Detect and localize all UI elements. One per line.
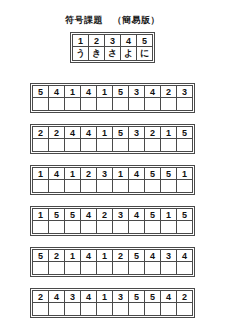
- answer-cell[interactable]: [145, 262, 161, 275]
- digit-cell: 4: [161, 291, 177, 303]
- digit-cell: 1: [161, 127, 177, 139]
- answer-cell[interactable]: [81, 303, 97, 316]
- answer-cell[interactable]: [49, 221, 65, 234]
- key-digit-cell: 1: [73, 35, 89, 47]
- answer-cell[interactable]: [65, 221, 81, 234]
- key-digit-cell: 2: [89, 35, 105, 47]
- digit-cell: 1: [33, 168, 49, 180]
- answer-cell[interactable]: [113, 262, 129, 275]
- digit-cell: 1: [65, 168, 81, 180]
- answer-cell[interactable]: [33, 139, 49, 152]
- digit-cell: 5: [113, 127, 129, 139]
- answer-cell[interactable]: [145, 303, 161, 316]
- digit-cell: 2: [81, 168, 97, 180]
- digit-cell: 2: [49, 127, 65, 139]
- answer-cell[interactable]: [49, 98, 65, 111]
- digit-cell: 5: [129, 291, 145, 303]
- task-table-frame-3: 1412314551: [30, 165, 195, 195]
- digit-cell: 1: [97, 250, 113, 262]
- answer-cell[interactable]: [129, 262, 145, 275]
- task-table-5: 5214125434: [32, 249, 193, 275]
- key-symbol-cell: き: [89, 47, 105, 61]
- answer-cell[interactable]: [65, 180, 81, 193]
- key-symbol-cell: よ: [121, 47, 137, 61]
- answer-cell[interactable]: [49, 262, 65, 275]
- digit-cell: 1: [65, 250, 81, 262]
- answer-cell[interactable]: [33, 221, 49, 234]
- digit-cell: 3: [113, 291, 129, 303]
- answer-cell[interactable]: [129, 221, 145, 234]
- answer-cell[interactable]: [113, 98, 129, 111]
- digit-cell: 2: [97, 209, 113, 221]
- digit-cell: 1: [113, 168, 129, 180]
- digit-cell: 2: [49, 250, 65, 262]
- digit-cell: 4: [145, 86, 161, 98]
- task-tables-container: 5414153423224415321514123145511554234515…: [0, 83, 225, 318]
- digit-cell: 1: [177, 168, 193, 180]
- digit-cell: 2: [33, 127, 49, 139]
- answer-cell[interactable]: [145, 221, 161, 234]
- digit-cell: 5: [49, 209, 65, 221]
- key-digit-cell: 3: [105, 35, 121, 47]
- digit-cell: 1: [161, 209, 177, 221]
- digit-cell: 3: [161, 250, 177, 262]
- answer-cell[interactable]: [113, 303, 129, 316]
- task-table-frame-1: 5414153423: [30, 83, 195, 113]
- answer-cell[interactable]: [177, 303, 193, 316]
- key-digit-cell: 4: [121, 35, 137, 47]
- digit-cell: 4: [65, 127, 81, 139]
- digit-cell: 4: [81, 209, 97, 221]
- digit-cell: 5: [65, 209, 81, 221]
- answer-cell[interactable]: [177, 98, 193, 111]
- digit-cell: 5: [177, 209, 193, 221]
- answer-cell[interactable]: [33, 303, 49, 316]
- answer-cell[interactable]: [33, 98, 49, 111]
- answer-cell[interactable]: [177, 221, 193, 234]
- digit-cell: 1: [33, 209, 49, 221]
- answer-cell[interactable]: [129, 139, 145, 152]
- page-title: 符号課題 （簡易版）: [0, 14, 225, 27]
- answer-cell[interactable]: [97, 262, 113, 275]
- key-digit-cell: 5: [137, 35, 153, 47]
- answer-cell[interactable]: [81, 180, 97, 193]
- task-table-1: 5414153423: [32, 85, 193, 111]
- digit-cell: 1: [97, 127, 113, 139]
- digit-cell: 5: [113, 86, 129, 98]
- answer-cell[interactable]: [161, 139, 177, 152]
- digit-cell: 5: [33, 250, 49, 262]
- digit-cell: 3: [97, 168, 113, 180]
- answer-cell[interactable]: [33, 262, 49, 275]
- answer-cell[interactable]: [97, 98, 113, 111]
- digit-cell: 4: [129, 209, 145, 221]
- answer-cell[interactable]: [65, 98, 81, 111]
- answer-cell[interactable]: [161, 221, 177, 234]
- digit-cell: 2: [113, 250, 129, 262]
- answer-cell[interactable]: [97, 180, 113, 193]
- digit-cell: 3: [129, 127, 145, 139]
- digit-cell: 4: [81, 250, 97, 262]
- task-table-frame-4: 1554234515: [30, 206, 195, 236]
- digit-cell: 2: [33, 291, 49, 303]
- digit-cell: 5: [145, 291, 161, 303]
- digit-cell: 2: [145, 127, 161, 139]
- answer-cell[interactable]: [113, 180, 129, 193]
- answer-cell[interactable]: [145, 180, 161, 193]
- task-table-frame-2: 2244153215: [30, 124, 195, 154]
- answer-cell[interactable]: [129, 180, 145, 193]
- answer-cell[interactable]: [129, 98, 145, 111]
- digit-cell: 5: [145, 209, 161, 221]
- digit-cell: 4: [81, 127, 97, 139]
- key-symbol-cell: に: [137, 47, 153, 61]
- answer-cell[interactable]: [161, 262, 177, 275]
- digit-cell: 3: [65, 291, 81, 303]
- key-table-frame: 12345うきさよに: [70, 32, 155, 63]
- digit-cell: 5: [177, 127, 193, 139]
- answer-cell[interactable]: [161, 98, 177, 111]
- answer-cell[interactable]: [65, 262, 81, 275]
- digit-cell: 2: [161, 86, 177, 98]
- task-table-frame-5: 5214125434: [30, 247, 195, 277]
- answer-cell[interactable]: [145, 98, 161, 111]
- digit-cell: 1: [97, 291, 113, 303]
- answer-cell[interactable]: [81, 221, 97, 234]
- answer-cell[interactable]: [145, 139, 161, 152]
- key-symbol-cell: う: [73, 47, 89, 61]
- key-table: 12345うきさよに: [72, 34, 153, 61]
- answer-cell[interactable]: [97, 221, 113, 234]
- answer-cell[interactable]: [81, 98, 97, 111]
- answer-cell[interactable]: [49, 139, 65, 152]
- answer-cell[interactable]: [177, 139, 193, 152]
- answer-cell[interactable]: [49, 180, 65, 193]
- answer-cell[interactable]: [81, 262, 97, 275]
- digit-cell: 4: [129, 168, 145, 180]
- digit-cell: 3: [113, 209, 129, 221]
- answer-cell[interactable]: [33, 180, 49, 193]
- answer-cell[interactable]: [113, 139, 129, 152]
- answer-cell[interactable]: [97, 139, 113, 152]
- task-table-frame-6: 2434135542: [30, 288, 195, 318]
- digit-cell: 1: [97, 86, 113, 98]
- digit-cell: 5: [145, 168, 161, 180]
- answer-cell[interactable]: [97, 303, 113, 316]
- worksheet-page: 符号課題 （簡易版） 12345うきさよに 541415342322441532…: [0, 0, 225, 320]
- answer-cell[interactable]: [161, 180, 177, 193]
- digit-cell: 3: [177, 86, 193, 98]
- answer-cell[interactable]: [65, 139, 81, 152]
- answer-cell[interactable]: [177, 180, 193, 193]
- task-table-4: 1554234515: [32, 208, 193, 234]
- digit-cell: 5: [129, 250, 145, 262]
- answer-cell[interactable]: [65, 303, 81, 316]
- answer-cell[interactable]: [81, 139, 97, 152]
- digit-cell: 3: [129, 86, 145, 98]
- answer-cell[interactable]: [49, 303, 65, 316]
- digit-cell: 4: [81, 86, 97, 98]
- answer-cell[interactable]: [113, 221, 129, 234]
- digit-cell: 4: [49, 168, 65, 180]
- digit-cell: 4: [81, 291, 97, 303]
- digit-cell: 1: [65, 86, 81, 98]
- task-table-6: 2434135542: [32, 290, 193, 316]
- digit-cell: 4: [145, 250, 161, 262]
- digit-cell: 5: [161, 168, 177, 180]
- answer-cell[interactable]: [161, 303, 177, 316]
- digit-cell: 4: [49, 291, 65, 303]
- key-symbol-cell: さ: [105, 47, 121, 61]
- task-table-3: 1412314551: [32, 167, 193, 193]
- answer-cell[interactable]: [177, 262, 193, 275]
- digit-cell: 4: [49, 86, 65, 98]
- task-table-2: 2244153215: [32, 126, 193, 152]
- digit-cell: 5: [33, 86, 49, 98]
- answer-cell[interactable]: [129, 303, 145, 316]
- digit-cell: 2: [177, 291, 193, 303]
- digit-cell: 4: [177, 250, 193, 262]
